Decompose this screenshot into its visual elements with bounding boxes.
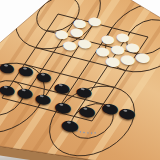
black-stone[interactable]: ● xyxy=(35,69,53,84)
black-stone[interactable]: ● xyxy=(52,80,71,96)
black-stone[interactable]: ● xyxy=(77,103,97,119)
white-stone[interactable]: ● xyxy=(87,15,103,28)
white-stone[interactable]: ● xyxy=(77,37,94,50)
photo-scene: •••••••• ●●●●●●●●●●●●●●●●●●●●●●●●●●● xyxy=(0,0,160,160)
white-stone[interactable]: ● xyxy=(62,39,79,52)
black-stone[interactable]: ● xyxy=(59,117,80,134)
black-stone[interactable]: ● xyxy=(17,63,35,78)
black-stone[interactable]: ● xyxy=(0,82,17,98)
black-stone[interactable]: ● xyxy=(15,85,34,101)
black-stone[interactable]: ● xyxy=(0,60,16,75)
black-stone[interactable]: ● xyxy=(74,84,93,100)
black-stone[interactable]: ● xyxy=(33,91,52,107)
black-stone[interactable]: ● xyxy=(117,105,137,121)
black-stone[interactable]: ● xyxy=(53,99,73,115)
white-stone[interactable]: ● xyxy=(134,51,151,65)
stones-layer: ●●●●●●●●●●●●●●●●●●●●●●●●●●● xyxy=(0,0,160,160)
